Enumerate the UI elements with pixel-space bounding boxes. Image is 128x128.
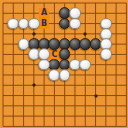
- star-point: [32, 84, 35, 87]
- white-stone: [28, 18, 40, 30]
- go-board[interactable]: ABC: [0, 0, 128, 128]
- white-stone: [59, 69, 71, 81]
- white-stone: [100, 49, 112, 61]
- choice-label-b[interactable]: B: [39, 18, 49, 28]
- white-stone: [69, 18, 81, 30]
- choice-label-a[interactable]: A: [39, 8, 49, 18]
- star-point: [84, 32, 87, 35]
- white-stone: [38, 59, 50, 71]
- star-point: [94, 94, 97, 97]
- white-stone: [18, 38, 30, 50]
- white-stone: [79, 59, 91, 71]
- star-point: [32, 32, 35, 35]
